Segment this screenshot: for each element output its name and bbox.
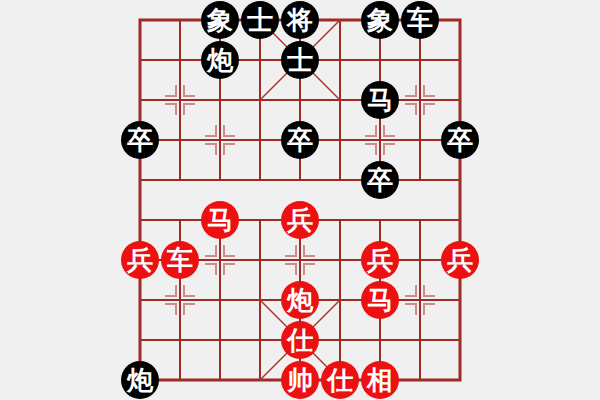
piece-black-advisor[interactable]: 士 — [241, 1, 279, 39]
piece-red-soldier[interactable]: 兵 — [121, 241, 159, 279]
piece-black-chariot[interactable]: 车 — [401, 1, 439, 39]
piece-red-advisor[interactable]: 仕 — [321, 361, 359, 399]
xiangqi-board[interactable]: 象士将象车炮士马卒卒卒卒马兵兵车兵兵炮马仕炮帅仕相 — [120, 0, 480, 400]
piece-red-cannon[interactable]: 炮 — [281, 281, 319, 319]
piece-black-soldier[interactable]: 卒 — [361, 161, 399, 199]
piece-red-soldier[interactable]: 兵 — [361, 241, 399, 279]
piece-black-horse[interactable]: 马 — [361, 81, 399, 119]
piece-black-soldier[interactable]: 卒 — [441, 121, 479, 159]
xiangqi-app: 象士将象车炮士马卒卒卒卒马兵兵车兵兵炮马仕炮帅仕相 — [0, 0, 600, 400]
piece-black-soldier[interactable]: 卒 — [121, 121, 159, 159]
piece-red-general[interactable]: 帅 — [281, 361, 319, 399]
piece-red-advisor[interactable]: 仕 — [281, 321, 319, 359]
piece-red-soldier[interactable]: 兵 — [281, 201, 319, 239]
piece-black-cannon[interactable]: 炮 — [121, 361, 159, 399]
piece-black-soldier[interactable]: 卒 — [281, 121, 319, 159]
piece-black-elephant[interactable]: 象 — [361, 1, 399, 39]
piece-red-elephant[interactable]: 相 — [361, 361, 399, 399]
piece-black-elephant[interactable]: 象 — [201, 1, 239, 39]
piece-red-horse[interactable]: 马 — [201, 201, 239, 239]
piece-black-advisor[interactable]: 士 — [281, 41, 319, 79]
piece-black-cannon[interactable]: 炮 — [201, 41, 239, 79]
piece-red-horse[interactable]: 马 — [361, 281, 399, 319]
piece-black-general[interactable]: 将 — [281, 1, 319, 39]
piece-red-soldier[interactable]: 兵 — [441, 241, 479, 279]
piece-red-chariot[interactable]: 车 — [161, 241, 199, 279]
